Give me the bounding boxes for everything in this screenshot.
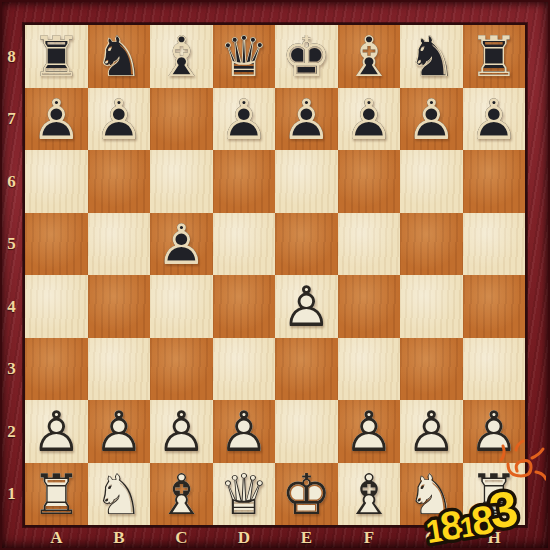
square-h3[interactable] bbox=[463, 338, 526, 401]
square-h5[interactable] bbox=[463, 213, 526, 276]
square-c8[interactable]: ♝♗ bbox=[150, 25, 213, 88]
piece-outline-glyph: ♔ bbox=[275, 463, 338, 526]
piece-white-pawn[interactable]: ♟♙ bbox=[338, 400, 401, 463]
file-label-g: G bbox=[400, 527, 463, 548]
piece-black-pawn[interactable]: ♟♙ bbox=[88, 88, 151, 151]
square-h7[interactable]: ♟♙ bbox=[463, 88, 526, 151]
piece-outline-glyph: ♖ bbox=[25, 25, 88, 88]
piece-black-knight[interactable]: ♞♘ bbox=[88, 25, 151, 88]
piece-white-rook[interactable]: ♜♖ bbox=[463, 463, 526, 526]
file-label-f: F bbox=[338, 527, 401, 548]
piece-white-pawn[interactable]: ♟♙ bbox=[88, 400, 151, 463]
piece-outline-glyph: ♙ bbox=[88, 400, 151, 463]
piece-outline-glyph: ♙ bbox=[463, 400, 526, 463]
piece-black-king[interactable]: ♚♔ bbox=[275, 25, 338, 88]
piece-outline-glyph: ♕ bbox=[213, 25, 276, 88]
square-d8[interactable]: ♛♕ bbox=[213, 25, 276, 88]
square-h6[interactable] bbox=[463, 150, 526, 213]
chess-diagram: ♜♖♞♘♝♗♛♕♚♔♝♗♞♘♜♖♟♙♟♙♟♙♟♙♟♙♟♙♟♙♟♙♟♙♟♙♟♙♟♙… bbox=[0, 0, 550, 550]
piece-black-bishop[interactable]: ♝♗ bbox=[150, 25, 213, 88]
square-f7[interactable]: ♟♙ bbox=[338, 88, 401, 151]
piece-outline-glyph: ♗ bbox=[338, 25, 401, 88]
square-d2[interactable]: ♟♙ bbox=[213, 400, 276, 463]
file-label-e: E bbox=[275, 527, 338, 548]
square-e1[interactable]: ♚♔ bbox=[275, 463, 338, 526]
square-d4[interactable] bbox=[213, 275, 276, 338]
piece-black-queen[interactable]: ♛♕ bbox=[213, 25, 276, 88]
square-f2[interactable]: ♟♙ bbox=[338, 400, 401, 463]
piece-outline-glyph: ♙ bbox=[275, 88, 338, 151]
square-d7[interactable]: ♟♙ bbox=[213, 88, 276, 151]
square-a1[interactable]: ♜♖ bbox=[25, 463, 88, 526]
square-b3[interactable] bbox=[88, 338, 151, 401]
piece-white-bishop[interactable]: ♝♗ bbox=[338, 463, 401, 526]
square-g7[interactable]: ♟♙ bbox=[400, 88, 463, 151]
square-f1[interactable]: ♝♗ bbox=[338, 463, 401, 526]
piece-black-pawn[interactable]: ♟♙ bbox=[400, 88, 463, 151]
piece-black-pawn[interactable]: ♟♙ bbox=[275, 88, 338, 151]
piece-black-pawn[interactable]: ♟♙ bbox=[338, 88, 401, 151]
chess-board: ♜♖♞♘♝♗♛♕♚♔♝♗♞♘♜♖♟♙♟♙♟♙♟♙♟♙♟♙♟♙♟♙♟♙♟♙♟♙♟♙… bbox=[23, 23, 527, 527]
rank-label-5: 5 bbox=[0, 213, 23, 276]
piece-white-pawn[interactable]: ♟♙ bbox=[463, 400, 526, 463]
piece-white-queen[interactable]: ♛♕ bbox=[213, 463, 276, 526]
square-e4[interactable]: ♟♙ bbox=[275, 275, 338, 338]
square-h2[interactable]: ♟♙ bbox=[463, 400, 526, 463]
piece-white-knight[interactable]: ♞♘ bbox=[400, 463, 463, 526]
square-d1[interactable]: ♛♕ bbox=[213, 463, 276, 526]
square-b1[interactable]: ♞♘ bbox=[88, 463, 151, 526]
piece-black-pawn[interactable]: ♟♙ bbox=[213, 88, 276, 151]
piece-black-rook[interactable]: ♜♖ bbox=[463, 25, 526, 88]
square-h8[interactable]: ♜♖ bbox=[463, 25, 526, 88]
piece-white-pawn[interactable]: ♟♙ bbox=[150, 400, 213, 463]
file-label-h: H bbox=[463, 527, 526, 548]
rank-label-6: 6 bbox=[0, 150, 23, 213]
rank-label-7: 7 bbox=[0, 88, 23, 151]
piece-outline-glyph: ♙ bbox=[88, 88, 151, 151]
square-a2[interactable]: ♟♙ bbox=[25, 400, 88, 463]
square-g2[interactable]: ♟♙ bbox=[400, 400, 463, 463]
piece-outline-glyph: ♙ bbox=[150, 213, 213, 276]
square-h1[interactable]: ♜♖ bbox=[463, 463, 526, 526]
rank-label-4: 4 bbox=[0, 275, 23, 338]
square-g1[interactable]: ♞♘ bbox=[400, 463, 463, 526]
piece-white-pawn[interactable]: ♟♙ bbox=[275, 275, 338, 338]
square-e8[interactable]: ♚♔ bbox=[275, 25, 338, 88]
square-c7[interactable] bbox=[150, 88, 213, 151]
piece-black-pawn[interactable]: ♟♙ bbox=[150, 213, 213, 276]
square-e6[interactable] bbox=[275, 150, 338, 213]
piece-outline-glyph: ♘ bbox=[88, 463, 151, 526]
square-d3[interactable] bbox=[213, 338, 276, 401]
piece-black-pawn[interactable]: ♟♙ bbox=[25, 88, 88, 151]
square-g6[interactable] bbox=[400, 150, 463, 213]
piece-outline-glyph: ♘ bbox=[88, 25, 151, 88]
square-e5[interactable] bbox=[275, 213, 338, 276]
square-e3[interactable] bbox=[275, 338, 338, 401]
piece-white-pawn[interactable]: ♟♙ bbox=[213, 400, 276, 463]
square-g8[interactable]: ♞♘ bbox=[400, 25, 463, 88]
piece-outline-glyph: ♕ bbox=[213, 463, 276, 526]
piece-outline-glyph: ♙ bbox=[463, 88, 526, 151]
piece-outline-glyph: ♙ bbox=[338, 88, 401, 151]
square-e2[interactable] bbox=[275, 400, 338, 463]
square-b8[interactable]: ♞♘ bbox=[88, 25, 151, 88]
piece-outline-glyph: ♙ bbox=[338, 400, 401, 463]
piece-outline-glyph: ♙ bbox=[25, 400, 88, 463]
piece-black-pawn[interactable]: ♟♙ bbox=[463, 88, 526, 151]
piece-outline-glyph: ♘ bbox=[400, 463, 463, 526]
square-f8[interactable]: ♝♗ bbox=[338, 25, 401, 88]
piece-outline-glyph: ♙ bbox=[150, 400, 213, 463]
square-a5[interactable] bbox=[25, 213, 88, 276]
square-d5[interactable] bbox=[213, 213, 276, 276]
rank-label-1: 1 bbox=[0, 463, 23, 526]
piece-outline-glyph: ♔ bbox=[275, 25, 338, 88]
piece-outline-glyph: ♖ bbox=[463, 463, 526, 526]
square-g4[interactable] bbox=[400, 275, 463, 338]
square-a6[interactable] bbox=[25, 150, 88, 213]
piece-white-king[interactable]: ♚♔ bbox=[275, 463, 338, 526]
file-label-d: D bbox=[213, 527, 276, 548]
piece-outline-glyph: ♙ bbox=[400, 400, 463, 463]
square-c1[interactable]: ♝♗ bbox=[150, 463, 213, 526]
square-e7[interactable]: ♟♙ bbox=[275, 88, 338, 151]
rank-label-8: 8 bbox=[0, 25, 23, 88]
piece-black-bishop[interactable]: ♝♗ bbox=[338, 25, 401, 88]
square-a7[interactable]: ♟♙ bbox=[25, 88, 88, 151]
square-f6[interactable] bbox=[338, 150, 401, 213]
square-f5[interactable] bbox=[338, 213, 401, 276]
square-c5[interactable]: ♟♙ bbox=[150, 213, 213, 276]
piece-black-knight[interactable]: ♞♘ bbox=[400, 25, 463, 88]
square-c4[interactable] bbox=[150, 275, 213, 338]
square-b6[interactable] bbox=[88, 150, 151, 213]
square-b4[interactable] bbox=[88, 275, 151, 338]
square-c3[interactable] bbox=[150, 338, 213, 401]
piece-white-knight[interactable]: ♞♘ bbox=[88, 463, 151, 526]
piece-outline-glyph: ♗ bbox=[150, 25, 213, 88]
piece-black-rook[interactable]: ♜♖ bbox=[25, 25, 88, 88]
square-f4[interactable] bbox=[338, 275, 401, 338]
square-f3[interactable] bbox=[338, 338, 401, 401]
file-label-c: C bbox=[150, 527, 213, 548]
square-g3[interactable] bbox=[400, 338, 463, 401]
file-label-a: A bbox=[25, 527, 88, 548]
piece-outline-glyph: ♗ bbox=[338, 463, 401, 526]
square-a3[interactable] bbox=[25, 338, 88, 401]
square-a4[interactable] bbox=[25, 275, 88, 338]
piece-outline-glyph: ♖ bbox=[25, 463, 88, 526]
piece-outline-glyph: ♖ bbox=[463, 25, 526, 88]
square-b7[interactable]: ♟♙ bbox=[88, 88, 151, 151]
piece-outline-glyph: ♘ bbox=[400, 25, 463, 88]
square-d6[interactable] bbox=[213, 150, 276, 213]
square-a8[interactable]: ♜♖ bbox=[25, 25, 88, 88]
piece-outline-glyph: ♙ bbox=[25, 88, 88, 151]
piece-outline-glyph: ♙ bbox=[400, 88, 463, 151]
file-label-b: B bbox=[88, 527, 151, 548]
piece-outline-glyph: ♙ bbox=[213, 88, 276, 151]
rank-label-2: 2 bbox=[0, 400, 23, 463]
piece-outline-glyph: ♙ bbox=[275, 275, 338, 338]
piece-outline-glyph: ♙ bbox=[213, 400, 276, 463]
square-b2[interactable]: ♟♙ bbox=[88, 400, 151, 463]
square-c6[interactable] bbox=[150, 150, 213, 213]
square-c2[interactable]: ♟♙ bbox=[150, 400, 213, 463]
square-b5[interactable] bbox=[88, 213, 151, 276]
piece-white-rook[interactable]: ♜♖ bbox=[25, 463, 88, 526]
square-g5[interactable] bbox=[400, 213, 463, 276]
piece-outline-glyph: ♗ bbox=[150, 463, 213, 526]
piece-white-bishop[interactable]: ♝♗ bbox=[150, 463, 213, 526]
rank-label-3: 3 bbox=[0, 338, 23, 401]
piece-white-pawn[interactable]: ♟♙ bbox=[25, 400, 88, 463]
piece-white-pawn[interactable]: ♟♙ bbox=[400, 400, 463, 463]
square-h4[interactable] bbox=[463, 275, 526, 338]
